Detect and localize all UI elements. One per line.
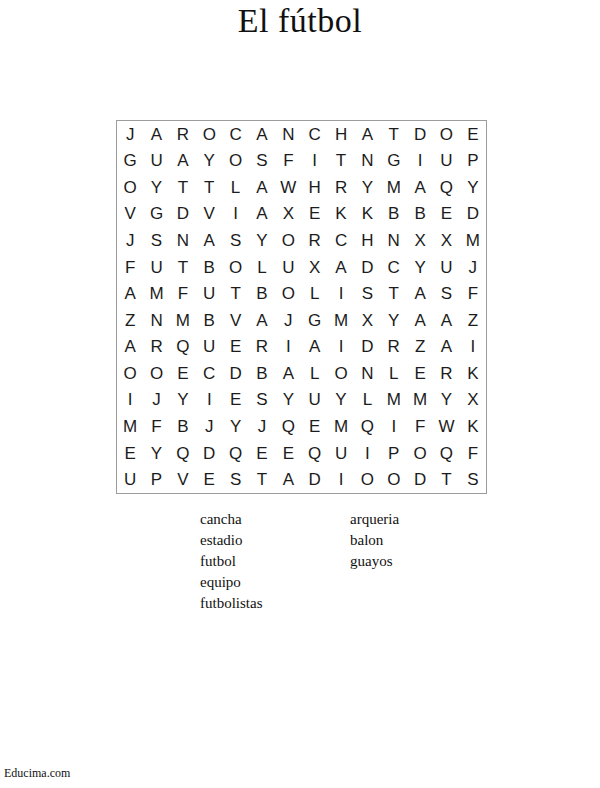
grid-cell: B [196,254,222,281]
grid-cell: E [433,201,459,228]
grid-cell: O [275,227,301,254]
grid-cell: Y [354,174,380,201]
grid-cell: J [117,227,143,254]
wordsearch-grid: JAROCANCHATDOEGUAYOSFITNGIUPOYTTLAWHRYMA… [116,120,487,494]
grid-cell: U [275,254,301,281]
grid-cell: A [275,466,301,493]
grid-cell: Y [143,174,169,201]
grid-cell: T [222,280,248,307]
grid-cell: S [143,227,169,254]
grid-cell: F [460,280,486,307]
grid-cell: N [381,227,407,254]
grid-cell: I [328,466,354,493]
grid-cell: C [381,254,407,281]
grid-cell: Q [354,413,380,440]
grid-cell: S [249,148,275,175]
grid-cell: O [328,360,354,387]
grid-cell: R [381,334,407,361]
grid-cell: E [170,360,196,387]
grid-cell: E [407,360,433,387]
grid-cell: L [354,387,380,414]
grid-cell: U [143,254,169,281]
grid-cell: X [354,307,380,334]
grid-cell: A [249,307,275,334]
grid-cell: A [249,121,275,148]
grid-cell: X [407,227,433,254]
grid-cell: Z [460,307,486,334]
grid-cell: I [302,148,328,175]
grid-cell: Q [170,334,196,361]
grid-cell: B [381,201,407,228]
grid-cell: L [302,360,328,387]
grid-cell: A [407,280,433,307]
grid-cell: G [302,307,328,334]
grid-cell: X [302,254,328,281]
grid-cell: H [354,227,380,254]
grid-cell: S [222,227,248,254]
grid-cell: R [249,334,275,361]
grid-cell: N [354,360,380,387]
grid-cell: N [170,227,196,254]
grid-cell: L [302,280,328,307]
grid-cell: U [117,466,143,493]
worksheet-page: El fútbol JAROCANCHATDOEGUAYOSFITNGIUPOY… [0,0,600,788]
grid-cell: F [143,413,169,440]
grid-cell: Q [275,413,301,440]
grid-cell: I [117,387,143,414]
grid-cell: W [275,174,301,201]
grid-cell: E [222,387,248,414]
word-item-balon: balon [350,530,399,551]
grid-cell: Y [143,440,169,467]
grid-cell: G [381,148,407,175]
grid-cell: I [381,413,407,440]
grid-cell: A [117,280,143,307]
grid-cell: I [275,334,301,361]
word-item-equipo: equipo [200,572,263,593]
grid-cell: Y [275,387,301,414]
grid-cell: A [249,174,275,201]
grid-cell: R [302,227,328,254]
grid-cell: A [302,334,328,361]
grid-cell: O [143,360,169,387]
grid-cell: M [328,413,354,440]
word-item-cancha: cancha [200,509,263,530]
grid-cell: A [143,121,169,148]
grid-cell: L [249,254,275,281]
grid-cell: E [302,201,328,228]
grid-cell: T [249,466,275,493]
grid-cell: O [222,254,248,281]
grid-cell: P [381,440,407,467]
grid-cell: D [170,201,196,228]
grid-cell: Q [302,440,328,467]
grid-cell: S [222,466,248,493]
grid-cell: O [433,121,459,148]
grid-cell: J [249,413,275,440]
grid-cell: R [328,174,354,201]
grid-cell: F [117,254,143,281]
grid-cell: Y [196,148,222,175]
grid-cell: A [433,334,459,361]
grid-cell: E [275,440,301,467]
grid-cell: T [328,148,354,175]
grid-cell: C [328,227,354,254]
grid-cell: J [275,307,301,334]
grid-cell: M [328,307,354,334]
grid-cell: P [143,466,169,493]
grid-cell: Z [407,334,433,361]
grid-cell: M [460,227,486,254]
grid-cell: O [117,174,143,201]
word-item-futbolistas: futbolistas [200,593,263,614]
grid-cell: F [460,440,486,467]
grid-cell: A [275,360,301,387]
grid-cell: U [433,254,459,281]
grid-cell: V [222,307,248,334]
grid-cell: L [222,174,248,201]
grid-cell: E [196,466,222,493]
grid-cell: D [407,121,433,148]
grid-cell: I [460,334,486,361]
grid-cell: E [249,440,275,467]
grid-cell: J [117,121,143,148]
grid-cell: S [249,387,275,414]
grid-cell: U [302,387,328,414]
grid-cell: C [302,121,328,148]
grid-cell: K [460,360,486,387]
grid-cell: O [354,466,380,493]
grid-cell: Z [117,307,143,334]
grid-cell: A [354,121,380,148]
grid-cell: X [433,227,459,254]
grid-cell: A [407,307,433,334]
grid-cell: Q [170,440,196,467]
grid-cell: U [328,440,354,467]
grid-cell: Y [222,413,248,440]
grid-cell: I [328,334,354,361]
grid-cell: V [170,466,196,493]
grid-cell: B [196,307,222,334]
grid-cell: N [354,148,380,175]
grid-cell: A [407,174,433,201]
grid-cell: U [433,148,459,175]
grid-cell: A [249,201,275,228]
grid-cell: N [143,307,169,334]
grid-cell: O [222,148,248,175]
grid-cell: N [275,121,301,148]
word-item-arqueria: arqueria [350,509,399,530]
grid-cell: I [354,440,380,467]
grid-cell: M [381,174,407,201]
grid-cell: M [170,307,196,334]
grid-cell: A [328,254,354,281]
grid-cell: A [170,148,196,175]
grid-cell: M [143,280,169,307]
grid-cell: Q [433,440,459,467]
grid-cell: K [328,201,354,228]
grid-cell: S [460,466,486,493]
grid-cell: I [407,148,433,175]
grid-cell: U [196,280,222,307]
word-item-estadio: estadio [200,530,263,551]
word-list-column-2: arqueria balon guayos [350,509,399,572]
grid-cell: Y [328,387,354,414]
grid-cell: S [433,280,459,307]
grid-cell: O [275,280,301,307]
grid-cell: T [381,121,407,148]
grid-cell: Y [249,227,275,254]
grid-cell: O [381,466,407,493]
grid-cell: F [275,148,301,175]
grid-cell: R [143,334,169,361]
grid-cell: Q [222,440,248,467]
grid-cell: M [407,387,433,414]
grid-cell: B [249,360,275,387]
grid-cell: V [196,201,222,228]
grid-cell: X [275,201,301,228]
grid-cell: I [328,280,354,307]
grid-cell: D [354,254,380,281]
page-title: El fútbol [0,2,600,40]
grid-cell: M [381,387,407,414]
grid-cell: I [222,201,248,228]
grid-cell: T [381,280,407,307]
word-list-column-1: cancha estadio futbol equipo futbolistas [200,509,263,614]
grid-cell: J [196,413,222,440]
grid-cell: L [381,360,407,387]
grid-cell: K [354,201,380,228]
grid-cell: F [170,280,196,307]
grid-cell: D [222,360,248,387]
grid-cell: M [117,413,143,440]
grid-cell: F [407,413,433,440]
grid-cell: R [433,360,459,387]
grid-cell: A [433,307,459,334]
grid-cell: U [143,148,169,175]
grid-cell: Y [433,387,459,414]
grid-cell: D [354,334,380,361]
grid-cell: O [117,360,143,387]
grid-cell: O [407,440,433,467]
grid-cell: B [249,280,275,307]
grid-cell: R [170,121,196,148]
grid-cell: D [460,201,486,228]
grid-cell: T [170,254,196,281]
grid-cell: X [460,387,486,414]
grid-cell: S [354,280,380,307]
grid-cell: H [302,174,328,201]
grid-cell: H [328,121,354,148]
grid-cell: A [117,334,143,361]
grid-cell: E [302,413,328,440]
grid-cell: D [302,466,328,493]
grid-cell: E [117,440,143,467]
footer-credit: Educima.com [4,766,70,781]
grid-cell: I [196,387,222,414]
grid-cell: O [196,121,222,148]
grid-cell: U [196,334,222,361]
grid-cell: J [460,254,486,281]
grid-cell: T [433,466,459,493]
grid-cell: E [460,121,486,148]
grid-cell: C [196,360,222,387]
grid-cell: Y [170,387,196,414]
grid-cell: T [196,174,222,201]
grid-cell: Y [381,307,407,334]
grid-cell: T [170,174,196,201]
grid-cell: K [460,413,486,440]
grid-cell: G [143,201,169,228]
grid-cell: J [143,387,169,414]
grid-cell: C [222,121,248,148]
grid-cell: G [117,148,143,175]
grid-cell: B [407,201,433,228]
grid-cell: Q [433,174,459,201]
grid-cell: Y [460,174,486,201]
grid-cell: Y [407,254,433,281]
grid-cell: W [433,413,459,440]
grid-cell: E [222,334,248,361]
grid-cell: D [407,466,433,493]
grid-cell: D [196,440,222,467]
word-item-guayos: guayos [350,551,399,572]
grid-cell: B [170,413,196,440]
grid-cell: P [460,148,486,175]
word-item-futbol: futbol [200,551,263,572]
grid-cell: V [117,201,143,228]
grid-cell: A [196,227,222,254]
